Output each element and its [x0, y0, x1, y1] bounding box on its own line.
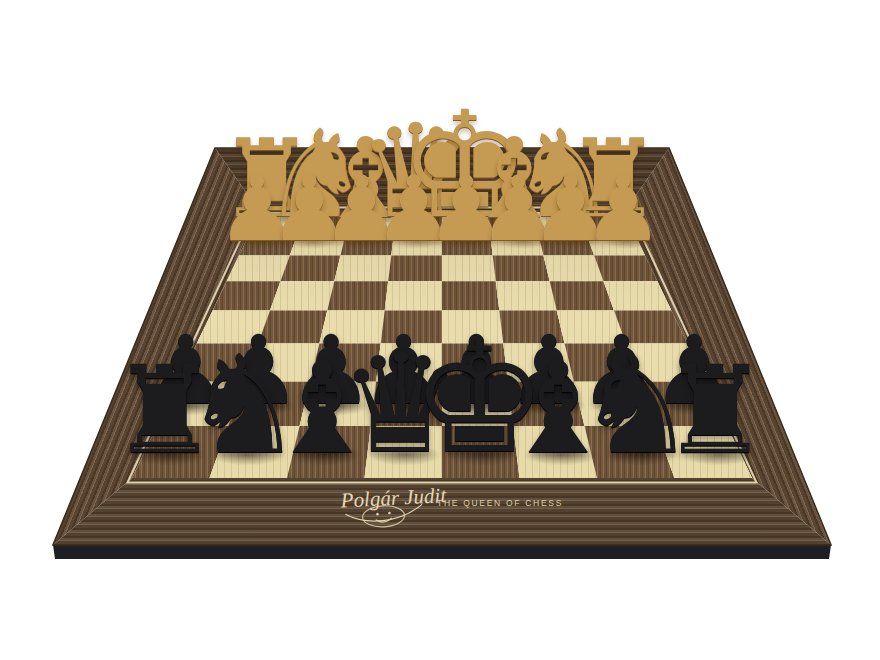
product-photo-scene: Polgár Judit THE QUEEN OF CHESS ♜♞♝♛♚♝♞♜…	[0, 0, 880, 660]
white-pawn-a2: ♟	[583, 163, 664, 253]
pieces-layer: ♜♞♝♛♚♝♞♜♟♟♟♟♟♟♟♟♟♟♟♟♟♟♟♟♜♞♝♛♚♝♞♜	[0, 0, 880, 660]
black-rook-a8: ♜	[661, 350, 769, 471]
